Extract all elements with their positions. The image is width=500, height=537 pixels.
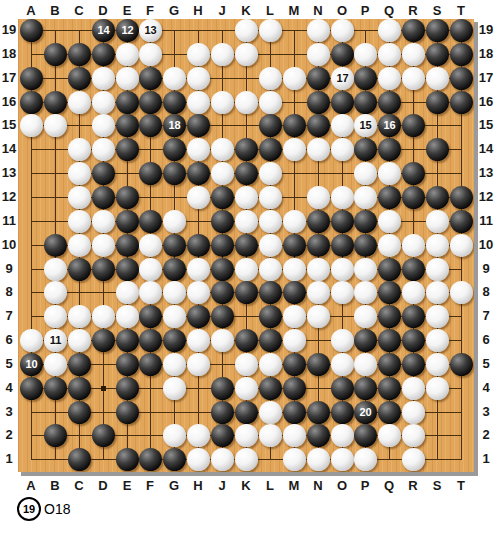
stone-white-N8 [307,281,330,304]
stone-white-O6 [331,329,354,352]
stone-white-G8 [163,281,186,304]
stone-white-C14 [68,138,91,161]
column-label-bottom-E: E [116,478,138,493]
row-label-left-7: 7 [0,308,18,323]
stone-black-Q7 [378,305,401,328]
column-label-top-C: C [68,3,90,18]
stone-black-M5 [283,353,306,376]
stone-white-L10 [259,234,282,257]
stone-white-Q17 [378,67,401,90]
stone-white-H5 [187,353,210,376]
stone-black-E1 [116,448,139,471]
row-label-right-14: 14 [477,141,495,156]
stone-white-move-13: 13 [139,19,162,42]
stone-black-P10 [354,234,377,257]
stone-black-Q12 [378,186,401,209]
stone-white-R1 [402,448,425,471]
stone-white-Q18 [378,43,401,66]
stone-white-N14 [307,138,330,161]
stone-black-G6 [163,329,186,352]
stone-black-N17 [307,67,330,90]
column-label-top-H: H [187,3,209,18]
stone-white-R8 [402,281,425,304]
stone-white-Q10 [378,234,401,257]
column-label-bottom-C: C [68,478,90,493]
row-label-left-13: 13 [0,165,18,180]
stone-white-N18 [307,43,330,66]
stone-black-Q4 [378,377,401,400]
column-label-top-A: A [20,3,42,18]
row-label-right-10: 10 [477,237,495,252]
stone-white-H9 [187,258,210,281]
stone-white-D17 [92,67,115,90]
stone-white-F9 [139,258,162,281]
stone-black-O4 [331,377,354,400]
row-label-right-7: 7 [477,308,495,323]
column-label-top-J: J [211,3,233,18]
stone-white-S17 [426,67,449,90]
board-shadow-bottom [21,472,478,476]
column-label-top-R: R [402,3,424,18]
stone-white-O15 [331,114,354,137]
stone-black-S18 [426,43,449,66]
column-label-top-K: K [235,3,257,18]
stone-white-M14 [283,138,306,161]
column-label-top-B: B [44,3,66,18]
stone-white-C7 [68,305,91,328]
stone-black-E11 [116,210,139,233]
stone-black-N15 [307,114,330,137]
column-label-bottom-T: T [450,478,472,493]
stone-white-H14 [187,138,210,161]
row-label-right-19: 19 [477,22,495,37]
row-label-left-3: 3 [0,404,18,419]
stone-black-L4 [259,377,282,400]
stone-black-C1 [68,448,91,471]
stone-white-O5 [331,353,354,376]
row-label-left-9: 9 [0,261,18,276]
stone-black-Q6 [378,329,401,352]
stone-black-move-20: 20 [354,401,377,424]
stone-white-D16 [92,91,115,114]
stone-black-Q14 [378,138,401,161]
stone-white-S10 [426,234,449,257]
stone-white-K2 [235,424,258,447]
column-label-top-T: T [450,3,472,18]
stone-black-S19 [426,19,449,42]
stone-white-O12 [331,186,354,209]
stone-white-B9 [44,258,67,281]
row-label-right-13: 13 [477,165,495,180]
stone-white-L3 [259,401,282,424]
stone-black-C5 [68,353,91,376]
stone-white-N19 [307,19,330,42]
stone-black-J12 [211,186,234,209]
stone-black-R13 [402,162,425,185]
stone-black-F15 [139,114,162,137]
stone-black-move-18: 18 [163,114,186,137]
stone-black-Q5 [378,353,401,376]
stone-black-L6 [259,329,282,352]
column-label-bottom-O: O [331,478,353,493]
stone-white-D15 [92,114,115,137]
stone-white-C10 [68,234,91,257]
stone-white-L16 [259,91,282,114]
stone-white-S11 [426,210,449,233]
column-label-bottom-L: L [259,478,281,493]
row-label-right-3: 3 [477,404,495,419]
stone-black-E15 [116,114,139,137]
stone-white-G11 [163,210,186,233]
stone-black-G16 [163,91,186,114]
stone-white-move-17: 17 [331,67,354,90]
stone-white-T8 [450,281,473,304]
stone-white-E17 [116,67,139,90]
stone-black-E10 [116,234,139,257]
stone-white-H6 [187,329,210,352]
row-label-right-9: 9 [477,261,495,276]
stone-black-C18 [68,43,91,66]
stone-white-R2 [402,424,425,447]
stone-black-E5 [116,353,139,376]
row-label-right-8: 8 [477,284,495,299]
row-label-right-4: 4 [477,380,495,395]
stone-black-R9 [402,258,425,281]
stone-black-E6 [116,329,139,352]
row-label-left-2: 2 [0,427,18,442]
stone-white-O14 [331,138,354,161]
stone-white-E7 [116,305,139,328]
row-label-left-8: 8 [0,284,18,299]
stone-black-K13 [235,162,258,185]
stone-white-R18 [402,43,425,66]
stone-white-K1 [235,448,258,471]
stone-white-S4 [426,377,449,400]
stone-white-A15 [20,114,43,137]
stone-black-G1 [163,448,186,471]
row-label-left-16: 16 [0,94,18,109]
go-diagram-page: 14121317181516111020 19 O18 AABBCCDDEEFF… [0,0,500,537]
stone-white-C12 [68,186,91,209]
stone-white-M17 [283,67,306,90]
column-label-bottom-G: G [163,478,185,493]
stone-black-E3 [116,401,139,424]
stone-white-M11 [283,210,306,233]
stone-white-S6 [426,329,449,352]
stone-white-A6 [20,329,43,352]
star-point [101,386,106,391]
stone-black-Q3 [378,401,401,424]
row-label-right-2: 2 [477,427,495,442]
stone-white-O19 [331,19,354,42]
stone-black-G10 [163,234,186,257]
stone-black-N10 [307,234,330,257]
stone-black-N11 [307,210,330,233]
column-label-top-D: D [92,3,114,18]
stone-white-F8 [139,281,162,304]
stone-white-Q11 [378,210,401,233]
stone-black-P4 [354,377,377,400]
stone-white-M6 [283,329,306,352]
column-label-bottom-D: D [92,478,114,493]
row-label-left-4: 4 [0,380,18,395]
stone-black-F13 [139,162,162,185]
stone-white-N1 [307,448,330,471]
row-label-right-16: 16 [477,94,495,109]
stone-white-G7 [163,305,186,328]
row-label-left-19: 19 [0,22,18,37]
row-label-right-11: 11 [477,213,495,228]
stone-white-K4 [235,377,258,400]
row-label-right-12: 12 [477,189,495,204]
stone-white-P8 [354,281,377,304]
stone-black-R6 [402,329,425,352]
stone-black-K6 [235,329,258,352]
stone-black-L8 [259,281,282,304]
stone-white-M2 [283,424,306,447]
stone-white-O8 [331,281,354,304]
stone-black-F1 [139,448,162,471]
stone-white-H1 [187,448,210,471]
stone-black-J11 [211,210,234,233]
stone-black-N5 [307,353,330,376]
stone-white-L13 [259,162,282,185]
stone-black-G14 [163,138,186,161]
row-label-left-15: 15 [0,117,18,132]
stone-black-T11 [450,210,473,233]
column-label-top-Q: Q [378,3,400,18]
stone-black-P11 [354,210,377,233]
stone-white-D11 [92,210,115,233]
stone-black-P14 [354,138,377,161]
column-label-bottom-H: H [187,478,209,493]
stone-black-P6 [354,329,377,352]
stone-black-D18 [92,43,115,66]
stone-white-T10 [450,234,473,257]
stone-white-G5 [163,353,186,376]
stone-black-O10 [331,234,354,257]
stone-white-P9 [354,258,377,281]
stone-black-B10 [44,234,67,257]
stone-black-L15 [259,114,282,137]
stone-white-G17 [163,67,186,90]
stone-white-P1 [354,448,377,471]
stone-white-B7 [44,305,67,328]
row-label-left-14: 14 [0,141,18,156]
stone-black-D13 [92,162,115,185]
stone-white-J18 [211,43,234,66]
column-label-bottom-N: N [307,478,329,493]
stone-black-R19 [402,19,425,42]
stone-black-L14 [259,138,282,161]
stone-black-H10 [187,234,210,257]
stone-black-D9 [92,258,115,281]
row-label-left-5: 5 [0,356,18,371]
stone-white-J1 [211,448,234,471]
go-board[interactable]: 14121317181516111020 [18,19,474,472]
stone-white-G4 [163,377,186,400]
stone-white-H12 [187,186,210,209]
stone-white-D14 [92,138,115,161]
stone-black-F11 [139,210,162,233]
stone-black-O3 [331,401,354,424]
stone-black-E4 [116,377,139,400]
stone-black-D6 [92,329,115,352]
stone-black-move-16: 16 [378,114,401,137]
stone-white-P12 [354,186,377,209]
stone-black-E9 [116,258,139,281]
stone-black-N16 [307,91,330,114]
stone-white-move-11: 11 [44,329,67,352]
stone-white-L19 [259,19,282,42]
stone-white-B5 [44,353,67,376]
stone-white-K19 [235,19,258,42]
stone-white-H8 [187,281,210,304]
stone-white-P7 [354,305,377,328]
stone-black-M3 [283,401,306,424]
column-label-top-O: O [331,3,353,18]
stone-white-L17 [259,67,282,90]
column-label-bottom-A: A [20,478,42,493]
stone-black-Q8 [378,281,401,304]
stone-black-F17 [139,67,162,90]
column-label-top-M: M [283,3,305,18]
stone-black-Q16 [378,91,401,114]
stone-black-N2 [307,424,330,447]
stone-black-S16 [426,91,449,114]
stone-white-J13 [211,162,234,185]
stone-white-D10 [92,234,115,257]
stone-white-Q19 [378,19,401,42]
stone-black-P16 [354,91,377,114]
stone-black-D12 [92,186,115,209]
stone-white-move-15: 15 [354,114,377,137]
stone-white-F10 [139,234,162,257]
stone-white-K18 [235,43,258,66]
stone-white-M1 [283,448,306,471]
stone-black-move-14: 14 [92,19,115,42]
stone-black-R15 [402,114,425,137]
stone-black-R5 [402,353,425,376]
stone-black-D2 [92,424,115,447]
stone-white-J6 [211,329,234,352]
stone-black-A17 [20,67,43,90]
stone-white-S8 [426,281,449,304]
stone-black-N3 [307,401,330,424]
stone-black-T12 [450,186,473,209]
stone-black-O18 [331,43,354,66]
row-label-right-18: 18 [477,46,495,61]
stone-black-R12 [402,186,425,209]
stone-white-R4 [402,377,425,400]
stone-black-T5 [450,353,473,376]
stone-white-S9 [426,258,449,281]
move-19-circle-marker: 19 [17,497,41,521]
stone-white-L12 [259,186,282,209]
row-label-left-10: 10 [0,237,18,252]
stone-black-E14 [116,138,139,161]
stone-white-B15 [44,114,67,137]
stone-white-L11 [259,210,282,233]
stone-black-H7 [187,305,210,328]
stone-white-N12 [307,186,330,209]
stone-white-Q2 [378,424,401,447]
stone-black-J9 [211,258,234,281]
last-move-annotation: 19 O18 [17,497,70,521]
stone-white-S7 [426,305,449,328]
stone-black-K14 [235,138,258,161]
stone-black-J3 [211,401,234,424]
stone-black-C4 [68,377,91,400]
column-label-top-P: P [354,3,376,18]
stone-black-F16 [139,91,162,114]
stone-black-C9 [68,258,91,281]
row-label-right-6: 6 [477,332,495,347]
column-label-top-F: F [139,3,161,18]
stone-black-H13 [187,162,210,185]
stone-black-A4 [20,377,43,400]
column-label-bottom-K: K [235,478,257,493]
stone-black-A16 [20,91,43,114]
stone-black-O16 [331,91,354,114]
row-label-right-1: 1 [477,451,495,466]
stone-black-G9 [163,258,186,281]
column-label-top-S: S [426,3,448,18]
stone-white-N7 [307,305,330,328]
stone-black-M4 [283,377,306,400]
row-label-left-18: 18 [0,46,18,61]
stone-black-F7 [139,305,162,328]
stone-black-H15 [187,114,210,137]
stone-white-R17 [402,67,425,90]
row-label-right-5: 5 [477,356,495,371]
stone-black-L7 [259,305,282,328]
stone-black-move-12: 12 [116,19,139,42]
row-label-left-12: 12 [0,189,18,204]
column-label-top-N: N [307,3,329,18]
stone-white-K16 [235,91,258,114]
column-label-bottom-Q: Q [378,478,400,493]
stone-black-Q9 [378,258,401,281]
stone-white-F18 [139,43,162,66]
stone-black-P2 [354,424,377,447]
stone-black-B2 [44,424,67,447]
stone-white-R10 [402,234,425,257]
stone-white-C11 [68,210,91,233]
stone-white-B8 [44,281,67,304]
stone-black-P17 [354,67,377,90]
stone-black-C3 [68,401,91,424]
stone-black-J10 [211,234,234,257]
stone-white-L9 [259,258,282,281]
stone-black-M10 [283,234,306,257]
stone-white-M9 [283,258,306,281]
stone-white-K11 [235,210,258,233]
stone-white-O1 [331,448,354,471]
column-label-bottom-P: P [354,478,376,493]
stone-white-H16 [187,91,210,114]
stone-white-C6 [68,329,91,352]
stone-white-H17 [187,67,210,90]
stone-black-J7 [211,305,234,328]
row-label-left-17: 17 [0,70,18,85]
stone-white-P18 [354,43,377,66]
stone-white-S5 [426,353,449,376]
stone-white-E18 [116,43,139,66]
stone-white-H2 [187,424,210,447]
stone-black-T18 [450,43,473,66]
stone-black-O11 [331,210,354,233]
